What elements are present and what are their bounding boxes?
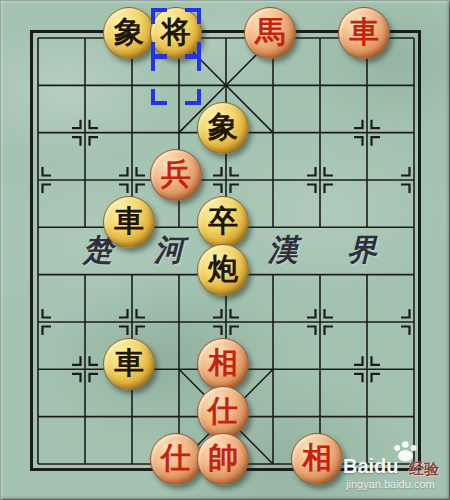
piece-glyph: 車 [349, 7, 379, 57]
watermark-brand: Baidu [343, 455, 399, 478]
piece-black-車[interactable]: 車 [103, 196, 155, 248]
piece-black-卒[interactable]: 卒 [197, 196, 249, 248]
piece-glyph: 象 [114, 7, 144, 57]
piece-black-象[interactable]: 象 [103, 7, 155, 59]
piece-glyph: 仕 [161, 433, 191, 483]
piece-black-象[interactable]: 象 [197, 102, 249, 154]
piece-glyph: 象 [208, 102, 238, 152]
piece-grid[interactable]: 象将馬車象兵車卒炮車相仕仕帥相 [15, 14, 438, 487]
piece-red-車[interactable]: 車 [338, 7, 390, 59]
piece-black-将[interactable]: 将 [150, 7, 202, 59]
piece-glyph: 車 [114, 196, 144, 246]
piece-red-馬[interactable]: 馬 [244, 7, 296, 59]
watermark-suffix: 经验 [409, 460, 439, 479]
piece-glyph: 兵 [161, 149, 191, 199]
piece-glyph: 相 [302, 433, 332, 483]
piece-red-相[interactable]: 相 [197, 338, 249, 390]
xiangqi-app-window: 楚 河 漢 界 象将馬車象兵車卒炮車相仕仕帥相 Baidu 经验 jingyan… [0, 0, 450, 500]
baidu-watermark: Baidu 经验 jingyan.baidu.com [343, 438, 449, 494]
piece-glyph: 馬 [255, 7, 285, 57]
piece-red-帥[interactable]: 帥 [197, 433, 249, 485]
piece-red-仕[interactable]: 仕 [197, 386, 249, 438]
piece-glyph: 車 [114, 338, 144, 388]
piece-black-車[interactable]: 車 [103, 338, 155, 390]
piece-black-炮[interactable]: 炮 [197, 244, 249, 296]
piece-glyph: 卒 [208, 196, 238, 246]
piece-glyph: 相 [208, 338, 238, 388]
piece-glyph: 将 [161, 7, 191, 57]
piece-red-兵[interactable]: 兵 [150, 149, 202, 201]
piece-red-相[interactable]: 相 [291, 433, 343, 485]
piece-red-仕[interactable]: 仕 [150, 433, 202, 485]
watermark-url: jingyan.baidu.com [346, 478, 435, 490]
piece-glyph: 仕 [208, 386, 238, 436]
piece-glyph: 帥 [208, 433, 238, 483]
piece-glyph: 炮 [208, 244, 238, 294]
